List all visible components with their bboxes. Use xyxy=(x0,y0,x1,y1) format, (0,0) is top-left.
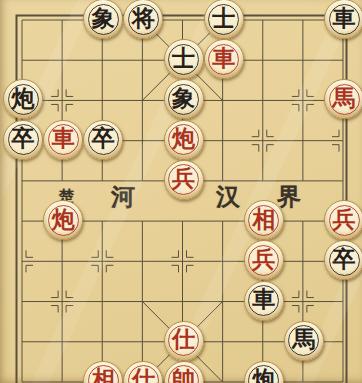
piece-glyph: 車 xyxy=(325,0,362,37)
piece-glyph: 車 xyxy=(205,39,243,77)
piece-black-horse[interactable]: 馬 xyxy=(284,321,324,361)
piece-glyph: 兵 xyxy=(325,200,362,238)
pieces-layer: 象将士車士車炮象馬卒車卒炮兵炮相兵兵卒車仕馬相仕帥炮 xyxy=(0,0,362,383)
piece-glyph: 馬 xyxy=(325,79,362,117)
piece-black-soldier[interactable]: 卒 xyxy=(83,120,123,160)
piece-red-soldier[interactable]: 兵 xyxy=(324,200,362,240)
piece-glyph: 仕 xyxy=(124,361,162,383)
piece-black-chariot[interactable]: 車 xyxy=(324,0,362,39)
piece-glyph: 馬 xyxy=(285,321,323,359)
xiangqi-board[interactable]: 楚 河 汉 界 象将士車士車炮象馬卒車卒炮兵炮相兵兵卒車仕馬相仕帥炮 xyxy=(0,0,362,383)
piece-glyph: 将 xyxy=(124,0,162,37)
piece-red-chariot[interactable]: 車 xyxy=(43,120,83,160)
piece-red-chariot[interactable]: 車 xyxy=(204,39,244,79)
piece-red-advisor[interactable]: 仕 xyxy=(164,321,204,361)
piece-glyph: 士 xyxy=(165,39,203,77)
piece-black-cannon[interactable]: 炮 xyxy=(244,361,284,383)
piece-red-elephant[interactable]: 相 xyxy=(244,200,284,240)
piece-black-chariot[interactable]: 車 xyxy=(244,281,284,321)
piece-black-cannon[interactable]: 炮 xyxy=(3,79,43,119)
piece-glyph: 象 xyxy=(84,0,122,37)
piece-red-soldier[interactable]: 兵 xyxy=(164,160,204,200)
piece-glyph: 卒 xyxy=(325,240,362,278)
piece-glyph: 士 xyxy=(205,0,243,37)
piece-glyph: 象 xyxy=(165,79,203,117)
piece-black-elephant[interactable]: 象 xyxy=(83,0,123,39)
piece-glyph: 炮 xyxy=(165,120,203,158)
piece-red-cannon[interactable]: 炮 xyxy=(164,120,204,160)
piece-glyph: 帥 xyxy=(165,361,203,383)
piece-glyph: 車 xyxy=(245,281,283,319)
piece-glyph: 炮 xyxy=(4,79,42,117)
piece-red-advisor[interactable]: 仕 xyxy=(123,361,163,383)
piece-black-advisor[interactable]: 士 xyxy=(164,39,204,79)
piece-black-advisor[interactable]: 士 xyxy=(204,0,244,39)
piece-black-soldier[interactable]: 卒 xyxy=(3,120,43,160)
piece-glyph: 卒 xyxy=(4,120,42,158)
piece-glyph: 兵 xyxy=(165,160,203,198)
piece-red-horse[interactable]: 馬 xyxy=(324,79,362,119)
piece-glyph: 相 xyxy=(245,200,283,238)
piece-glyph: 相 xyxy=(84,361,122,383)
piece-red-soldier[interactable]: 兵 xyxy=(244,240,284,280)
piece-black-soldier[interactable]: 卒 xyxy=(324,240,362,280)
piece-black-elephant[interactable]: 象 xyxy=(164,79,204,119)
piece-black-general[interactable]: 将 xyxy=(123,0,163,39)
piece-glyph: 卒 xyxy=(84,120,122,158)
piece-glyph: 兵 xyxy=(245,240,283,278)
piece-red-elephant[interactable]: 相 xyxy=(83,361,123,383)
piece-glyph: 仕 xyxy=(165,321,203,359)
piece-glyph: 炮 xyxy=(44,200,82,238)
piece-red-cannon[interactable]: 炮 xyxy=(43,200,83,240)
piece-red-general[interactable]: 帥 xyxy=(164,361,204,383)
piece-glyph: 車 xyxy=(44,120,82,158)
piece-glyph: 炮 xyxy=(245,361,283,383)
